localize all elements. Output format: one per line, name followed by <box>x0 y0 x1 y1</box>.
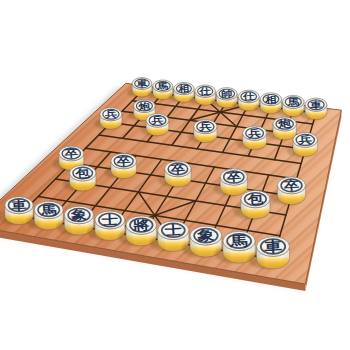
svg-text:馬: 馬 <box>286 96 300 107</box>
svg-text:士: 士 <box>101 213 118 228</box>
svg-text:士: 士 <box>163 222 182 239</box>
svg-text:馬: 馬 <box>39 203 56 218</box>
svg-text:車: 車 <box>135 78 148 88</box>
svg-text:兵: 兵 <box>104 108 118 120</box>
svg-text:帥: 帥 <box>221 89 233 99</box>
svg-text:卒: 卒 <box>63 147 78 160</box>
svg-text:馬: 馬 <box>229 232 249 249</box>
svg-text:相: 相 <box>264 94 277 105</box>
svg-text:炮: 炮 <box>277 118 292 130</box>
xiangqi-board-svg: 車馬相仕帥仕相馬車炮炮兵兵兵兵兵卒卒卒卒卒包包車馬象士將士象馬車 <box>0 0 350 350</box>
svg-text:兵: 兵 <box>298 133 312 146</box>
svg-text:車: 車 <box>310 99 323 110</box>
svg-text:卒: 卒 <box>115 155 131 168</box>
svg-text:仕: 仕 <box>242 91 256 101</box>
svg-text:馬: 馬 <box>156 81 169 91</box>
svg-text:兵: 兵 <box>199 121 213 133</box>
svg-text:車: 車 <box>10 198 27 213</box>
svg-text:象: 象 <box>71 208 88 223</box>
svg-text:相: 相 <box>177 84 190 94</box>
svg-text:將: 將 <box>132 217 151 233</box>
svg-text:卒: 卒 <box>282 178 299 193</box>
svg-text:兵: 兵 <box>248 127 262 140</box>
svg-text:包: 包 <box>246 192 265 207</box>
svg-text:兵: 兵 <box>150 114 164 126</box>
svg-text:炮: 炮 <box>137 100 151 111</box>
svg-text:象: 象 <box>197 227 216 244</box>
svg-text:車: 車 <box>263 238 283 255</box>
svg-text:包: 包 <box>74 166 90 180</box>
svg-text:仕: 仕 <box>198 86 212 96</box>
scene: 車馬相仕帥仕相馬車炮炮兵兵兵兵兵卒卒卒卒卒包包車馬象士將士象馬車 <box>0 0 350 350</box>
svg-text:卒: 卒 <box>170 162 185 176</box>
svg-text:卒: 卒 <box>225 170 241 184</box>
